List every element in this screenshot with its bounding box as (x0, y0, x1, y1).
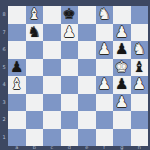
rank-label-6: 6 (0, 41, 8, 59)
square-d6[interactable] (61, 41, 79, 59)
piece-white-bishop-b8[interactable]: ♝ (26, 6, 44, 24)
square-e7[interactable] (78, 24, 96, 42)
square-d1[interactable] (61, 129, 79, 147)
square-h3[interactable] (131, 94, 149, 112)
piece-black-pawn-a5[interactable]: ♟ (8, 59, 26, 77)
piece-white-pawn-g3[interactable]: ♟ (113, 94, 131, 112)
square-d4[interactable] (61, 76, 79, 94)
square-e3[interactable] (78, 94, 96, 112)
square-f5[interactable] (96, 59, 114, 77)
piece-white-pawn-g7[interactable]: ♟ (113, 24, 131, 42)
chess-board: ♝♚♞♞♟♟♟♟♞♟♚♝♝♟♟♟♟ (8, 6, 148, 146)
square-b1[interactable] (26, 129, 44, 147)
square-b3[interactable] (26, 94, 44, 112)
piece-white-pawn-h4[interactable]: ♟ (131, 76, 149, 94)
square-g2[interactable] (113, 111, 131, 129)
square-f6[interactable]: ♟ (96, 41, 114, 59)
square-f8[interactable]: ♞ (96, 6, 114, 24)
square-h8[interactable] (131, 6, 149, 24)
piece-white-bishop-a4[interactable]: ♝ (8, 76, 26, 94)
square-a5[interactable]: ♟ (8, 59, 26, 77)
rank-label-8: 8 (0, 6, 8, 24)
square-d8[interactable]: ♚ (61, 6, 79, 24)
square-e4[interactable] (78, 76, 96, 94)
chess-board-diagram: 87654321 abcdefgh ♝♚♞♞♟♟♟♟♞♟♚♝♝♟♟♟♟ (0, 0, 150, 150)
square-c1[interactable] (43, 129, 61, 147)
square-g6[interactable]: ♟ (113, 41, 131, 59)
square-b5[interactable] (26, 59, 44, 77)
square-c7[interactable] (43, 24, 61, 42)
rank-label-2: 2 (0, 111, 8, 129)
square-b8[interactable]: ♝ (26, 6, 44, 24)
piece-black-pawn-g6[interactable]: ♟ (113, 41, 131, 59)
square-e2[interactable] (78, 111, 96, 129)
square-c5[interactable] (43, 59, 61, 77)
rank-label-3: 3 (0, 94, 8, 112)
square-h1[interactable] (131, 129, 149, 147)
square-a4[interactable]: ♝ (8, 76, 26, 94)
square-c8[interactable] (43, 6, 61, 24)
square-g4[interactable]: ♟ (113, 76, 131, 94)
square-d2[interactable] (61, 111, 79, 129)
square-a3[interactable] (8, 94, 26, 112)
square-f7[interactable] (96, 24, 114, 42)
square-b4[interactable] (26, 76, 44, 94)
rank-label-4: 4 (0, 76, 8, 94)
square-f1[interactable] (96, 129, 114, 147)
rank-label-7: 7 (0, 24, 8, 42)
piece-white-pawn-f4[interactable]: ♟ (96, 76, 114, 94)
square-b6[interactable] (26, 41, 44, 59)
piece-black-king-d8[interactable]: ♚ (61, 6, 79, 24)
square-a8[interactable] (8, 6, 26, 24)
square-b2[interactable] (26, 111, 44, 129)
piece-white-pawn-f6[interactable]: ♟ (96, 41, 114, 59)
square-h2[interactable] (131, 111, 149, 129)
piece-white-pawn-d7[interactable]: ♟ (61, 24, 79, 42)
square-g7[interactable]: ♟ (113, 24, 131, 42)
square-a6[interactable] (8, 41, 26, 59)
rank-label-1: 1 (0, 129, 8, 147)
square-e8[interactable] (78, 6, 96, 24)
square-h7[interactable] (131, 24, 149, 42)
square-g8[interactable] (113, 6, 131, 24)
square-b7[interactable]: ♞ (26, 24, 44, 42)
square-c2[interactable] (43, 111, 61, 129)
square-c3[interactable] (43, 94, 61, 112)
piece-white-knight-f8[interactable]: ♞ (96, 6, 114, 24)
piece-black-pawn-g4[interactable]: ♟ (113, 76, 131, 94)
square-g5[interactable]: ♚ (113, 59, 131, 77)
square-d7[interactable]: ♟ (61, 24, 79, 42)
square-d3[interactable] (61, 94, 79, 112)
square-e6[interactable] (78, 41, 96, 59)
square-c6[interactable] (43, 41, 61, 59)
square-h6[interactable]: ♞ (131, 41, 149, 59)
square-g1[interactable] (113, 129, 131, 147)
square-f2[interactable] (96, 111, 114, 129)
piece-black-bishop-h5[interactable]: ♝ (131, 59, 149, 77)
square-a7[interactable] (8, 24, 26, 42)
square-d5[interactable] (61, 59, 79, 77)
square-a1[interactable] (8, 129, 26, 147)
rank-label-5: 5 (0, 59, 8, 77)
square-h5[interactable]: ♝ (131, 59, 149, 77)
square-f3[interactable] (96, 94, 114, 112)
piece-white-knight-h6[interactable]: ♞ (131, 41, 149, 59)
piece-white-king-g5[interactable]: ♚ (113, 59, 131, 77)
square-e5[interactable] (78, 59, 96, 77)
square-g3[interactable]: ♟ (113, 94, 131, 112)
square-c4[interactable] (43, 76, 61, 94)
piece-black-knight-b7[interactable]: ♞ (26, 24, 44, 42)
square-h4[interactable]: ♟ (131, 76, 149, 94)
rank-labels: 87654321 (0, 6, 8, 146)
square-f4[interactable]: ♟ (96, 76, 114, 94)
square-e1[interactable] (78, 129, 96, 147)
square-a2[interactable] (8, 111, 26, 129)
